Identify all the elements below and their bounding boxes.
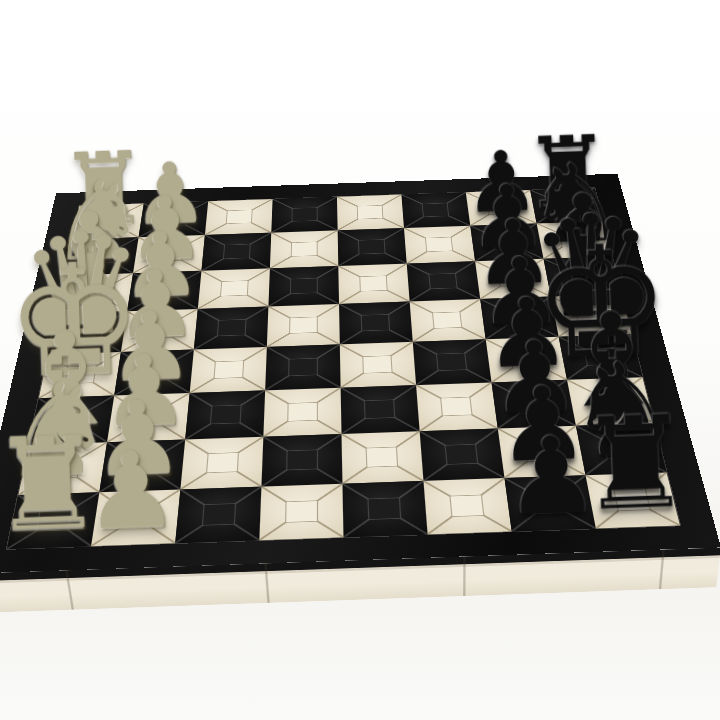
- square-a5: [337, 195, 404, 231]
- square-b5: [338, 228, 407, 266]
- square-a4: [271, 197, 337, 233]
- square-d4: [267, 304, 340, 347]
- chess-set-photo: ♜♟♟♜♞♟♟♞♝♟♟♝♛♟♟♛♚♟♟♚♝♟♟♝♞♟♟♞♜♟♟♜: [0, 0, 720, 720]
- square-c4: [268, 266, 339, 306]
- square-b4: [270, 230, 338, 268]
- square-h7: ♟: [505, 475, 596, 531]
- square-h4: [259, 484, 343, 541]
- square-g5: [342, 431, 424, 483]
- square-f5: [341, 385, 420, 434]
- white-pawn: ♟: [42, 435, 222, 547]
- square-e5: [340, 342, 416, 388]
- square-c5: [338, 264, 409, 304]
- board-grid: ♜♟♟♜♞♟♟♞♝♟♟♝♛♟♟♛♚♟♟♚♝♟♟♝♞♟♟♞♜♟♟♜: [7, 188, 680, 549]
- chessboard: ♜♟♟♜♞♟♟♞♝♟♟♝♛♟♟♛♚♟♟♚♝♟♟♝♞♟♟♞♜♟♟♜: [0, 174, 720, 574]
- board-base-front: [0, 547, 720, 613]
- square-h2: ♟: [91, 489, 180, 546]
- square-e4: [265, 344, 340, 390]
- square-g4: [261, 434, 342, 487]
- board-perspective: ♜♟♟♜♞♟♟♞♝♟♟♝♛♟♟♛♚♟♟♚♝♟♟♝♞♟♟♞♜♟♟♜: [0, 0, 720, 720]
- square-h5: [342, 481, 427, 537]
- square-f4: [263, 388, 341, 437]
- black-pawn: ♟: [462, 421, 642, 533]
- square-d5: [339, 301, 413, 344]
